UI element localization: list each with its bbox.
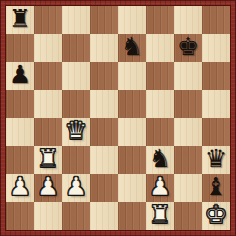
chess-board: ♜♞♚♟♛♜♞♛♟♟♟♟♝♜♚ xyxy=(6,6,230,230)
square-e1[interactable] xyxy=(118,202,146,230)
square-b6[interactable] xyxy=(34,62,62,90)
square-g8[interactable] xyxy=(174,6,202,34)
square-h4[interactable] xyxy=(202,118,230,146)
square-f8[interactable] xyxy=(146,6,174,34)
piece-black-rook-a8[interactable]: ♜ xyxy=(9,5,31,33)
piece-white-pawn-c2[interactable]: ♟ xyxy=(65,173,87,201)
square-b1[interactable] xyxy=(34,202,62,230)
square-e5[interactable] xyxy=(118,90,146,118)
square-g1[interactable] xyxy=(174,202,202,230)
square-b8[interactable] xyxy=(34,6,62,34)
square-d6[interactable] xyxy=(90,62,118,90)
square-g6[interactable] xyxy=(174,62,202,90)
square-d5[interactable] xyxy=(90,90,118,118)
square-a7[interactable] xyxy=(6,34,34,62)
square-c2[interactable]: ♟ xyxy=(62,174,90,202)
square-f7[interactable] xyxy=(146,34,174,62)
square-b7[interactable] xyxy=(34,34,62,62)
square-a8[interactable]: ♜ xyxy=(6,6,34,34)
square-f4[interactable] xyxy=(146,118,174,146)
square-c3[interactable] xyxy=(62,146,90,174)
square-d1[interactable] xyxy=(90,202,118,230)
square-e7[interactable]: ♞ xyxy=(118,34,146,62)
square-f2[interactable]: ♟ xyxy=(146,174,174,202)
board-frame: ♜♞♚♟♛♜♞♛♟♟♟♟♝♜♚ xyxy=(0,0,236,236)
square-c7[interactable] xyxy=(62,34,90,62)
square-b2[interactable]: ♟ xyxy=(34,174,62,202)
square-h7[interactable] xyxy=(202,34,230,62)
piece-white-pawn-a2[interactable]: ♟ xyxy=(9,173,31,201)
square-g2[interactable] xyxy=(174,174,202,202)
square-b3[interactable]: ♜ xyxy=(34,146,62,174)
piece-black-bishop-h2[interactable]: ♝ xyxy=(205,173,227,201)
square-g5[interactable] xyxy=(174,90,202,118)
piece-black-knight-f3[interactable]: ♞ xyxy=(149,145,171,173)
square-h2[interactable]: ♝ xyxy=(202,174,230,202)
square-e2[interactable] xyxy=(118,174,146,202)
square-a3[interactable] xyxy=(6,146,34,174)
square-h6[interactable] xyxy=(202,62,230,90)
square-h3[interactable]: ♛ xyxy=(202,146,230,174)
square-b4[interactable] xyxy=(34,118,62,146)
square-f5[interactable] xyxy=(146,90,174,118)
piece-white-king-h1[interactable]: ♚ xyxy=(205,201,227,229)
square-d7[interactable] xyxy=(90,34,118,62)
square-a1[interactable] xyxy=(6,202,34,230)
square-c1[interactable] xyxy=(62,202,90,230)
piece-white-pawn-b2[interactable]: ♟ xyxy=(37,173,59,201)
square-c8[interactable] xyxy=(62,6,90,34)
square-h1[interactable]: ♚ xyxy=(202,202,230,230)
square-f3[interactable]: ♞ xyxy=(146,146,174,174)
piece-black-queen-h3[interactable]: ♛ xyxy=(205,145,227,173)
piece-black-knight-e7[interactable]: ♞ xyxy=(121,33,143,61)
square-d4[interactable] xyxy=(90,118,118,146)
piece-white-pawn-f2[interactable]: ♟ xyxy=(149,173,171,201)
square-d2[interactable] xyxy=(90,174,118,202)
square-f1[interactable]: ♜ xyxy=(146,202,174,230)
piece-black-pawn-a6[interactable]: ♟ xyxy=(9,61,31,89)
square-e8[interactable] xyxy=(118,6,146,34)
piece-white-rook-b3[interactable]: ♜ xyxy=(37,145,59,173)
square-e4[interactable] xyxy=(118,118,146,146)
square-b5[interactable] xyxy=(34,90,62,118)
square-c4[interactable]: ♛ xyxy=(62,118,90,146)
square-f6[interactable] xyxy=(146,62,174,90)
square-a5[interactable] xyxy=(6,90,34,118)
square-d8[interactable] xyxy=(90,6,118,34)
square-a6[interactable]: ♟ xyxy=(6,62,34,90)
square-e3[interactable] xyxy=(118,146,146,174)
square-g4[interactable] xyxy=(174,118,202,146)
piece-white-rook-f1[interactable]: ♜ xyxy=(149,201,171,229)
square-h8[interactable] xyxy=(202,6,230,34)
piece-white-queen-c4[interactable]: ♛ xyxy=(65,117,87,145)
square-g3[interactable] xyxy=(174,146,202,174)
square-a4[interactable] xyxy=(6,118,34,146)
piece-black-king-g7[interactable]: ♚ xyxy=(177,33,199,61)
square-a2[interactable]: ♟ xyxy=(6,174,34,202)
square-h5[interactable] xyxy=(202,90,230,118)
square-c5[interactable] xyxy=(62,90,90,118)
square-c6[interactable] xyxy=(62,62,90,90)
square-d3[interactable] xyxy=(90,146,118,174)
square-g7[interactable]: ♚ xyxy=(174,34,202,62)
square-e6[interactable] xyxy=(118,62,146,90)
